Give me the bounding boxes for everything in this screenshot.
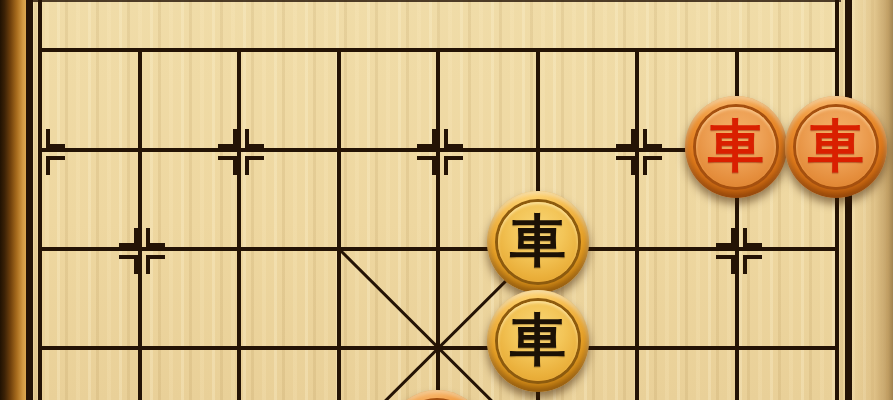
palace-diagonals-layer [0, 0, 893, 400]
red-chariot-2[interactable]: 車 [785, 96, 887, 198]
xiangqi-board: 車車車車帥 [0, 0, 893, 400]
red-king-partial[interactable]: 帥 [386, 390, 488, 400]
black-chariot-1[interactable]: 車 [487, 191, 589, 293]
red-chariot-1[interactable]: 車 [685, 96, 787, 198]
black-chariot-1-glyph: 車 [487, 189, 589, 291]
red-chariot-1-glyph: 車 [685, 94, 787, 196]
black-chariot-2-glyph: 車 [487, 288, 589, 390]
red-king-partial-glyph: 帥 [386, 388, 488, 400]
black-chariot-2[interactable]: 車 [487, 290, 589, 392]
red-chariot-2-glyph: 車 [785, 94, 887, 196]
